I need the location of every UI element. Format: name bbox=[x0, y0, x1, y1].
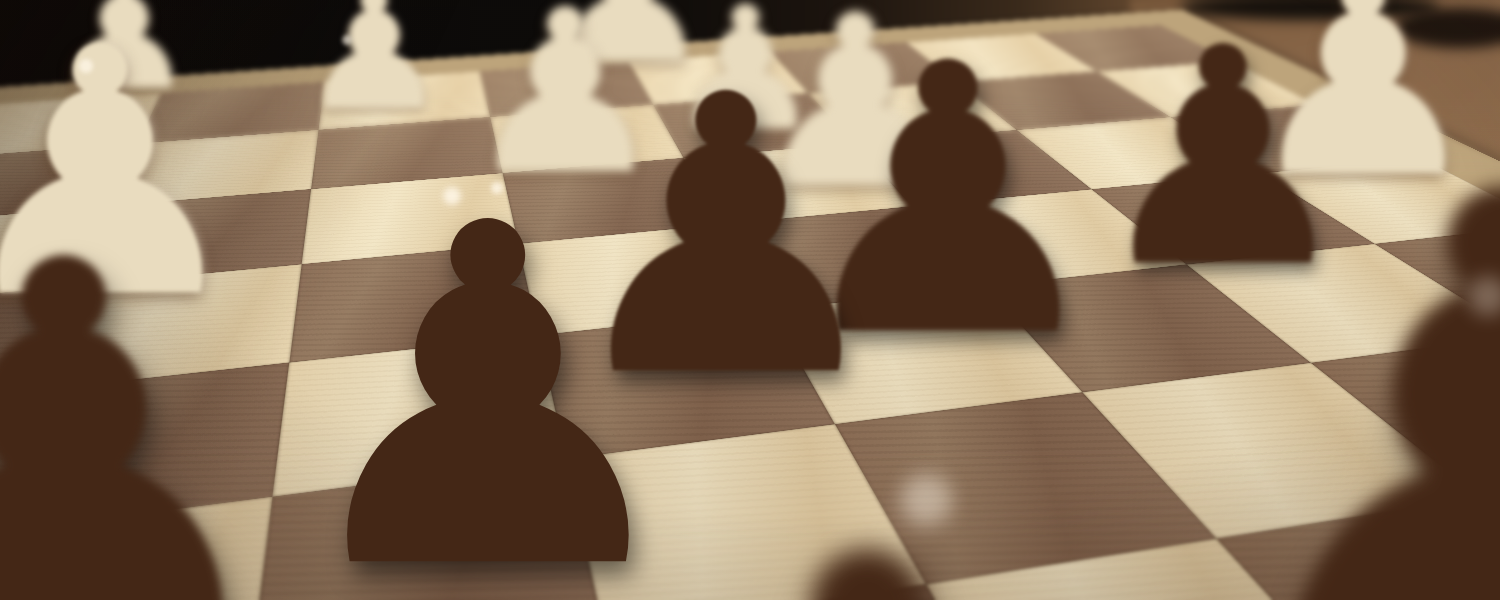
white-pawn-f2: ♟ bbox=[300, 0, 448, 134]
pieces-layer: ♟♟♟♟♟♟♟♟♟♟♟♟♟♟♟ bbox=[0, 0, 1500, 600]
black-pawn-h7: ♟ bbox=[1182, 103, 1500, 600]
piece-shadow bbox=[524, 141, 619, 160]
black-pawn-g7: ♟ bbox=[554, 468, 1182, 600]
piece-shadow bbox=[1314, 136, 1428, 159]
black-pawn-d7: ♟ bbox=[554, 46, 898, 430]
white-pawn-b2: ♟ bbox=[748, 0, 961, 222]
white-pawn-g2: ♟ bbox=[53, 0, 195, 112]
black-pawn-c7: ♟ bbox=[781, 16, 1115, 388]
black-pawn-f7: ♟ bbox=[0, 194, 302, 600]
black-pawn-b7: ♟ bbox=[1089, 9, 1358, 309]
white-pawn-d2: ♟ bbox=[543, 0, 713, 92]
black-pawn-e7: ♟ bbox=[277, 164, 698, 600]
piece-shadow bbox=[812, 153, 912, 173]
piece-shadow bbox=[96, 66, 162, 79]
piece-shadow bbox=[881, 280, 1037, 312]
white-pawn-e2: ♟ bbox=[464, 0, 667, 206]
white-pawn-a2: ♟ bbox=[1241, 0, 1485, 215]
piece-shadow bbox=[594, 37, 674, 53]
piece-shadow bbox=[1169, 222, 1295, 248]
white-pawn-c2: ♟ bbox=[668, 0, 822, 156]
white-pawn-h2: ♟ bbox=[0, 3, 253, 345]
piece-shadow bbox=[657, 319, 818, 352]
chess-photo-scene: ♟♟♟♟♟♟♟♟♟♟♟♟♟♟♟ bbox=[0, 0, 1500, 600]
piece-shadow bbox=[38, 246, 182, 275]
piece-shadow bbox=[714, 106, 786, 121]
piece-shadow bbox=[344, 86, 413, 100]
piece-shadow bbox=[403, 498, 600, 538]
